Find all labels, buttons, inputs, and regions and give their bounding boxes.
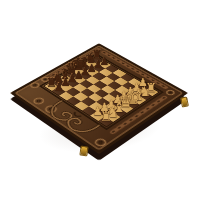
product-photo-chess-set: ♜♞♝♛♚♝♞♜♟♟♟♟♟♟♟♟♟♟♟♟♟♟♟♟♜♞♝♛♚♝♞♜ [0,0,200,200]
brass-clasp-front [79,145,88,156]
perspective-stage [0,0,200,200]
carved-board [10,43,188,154]
